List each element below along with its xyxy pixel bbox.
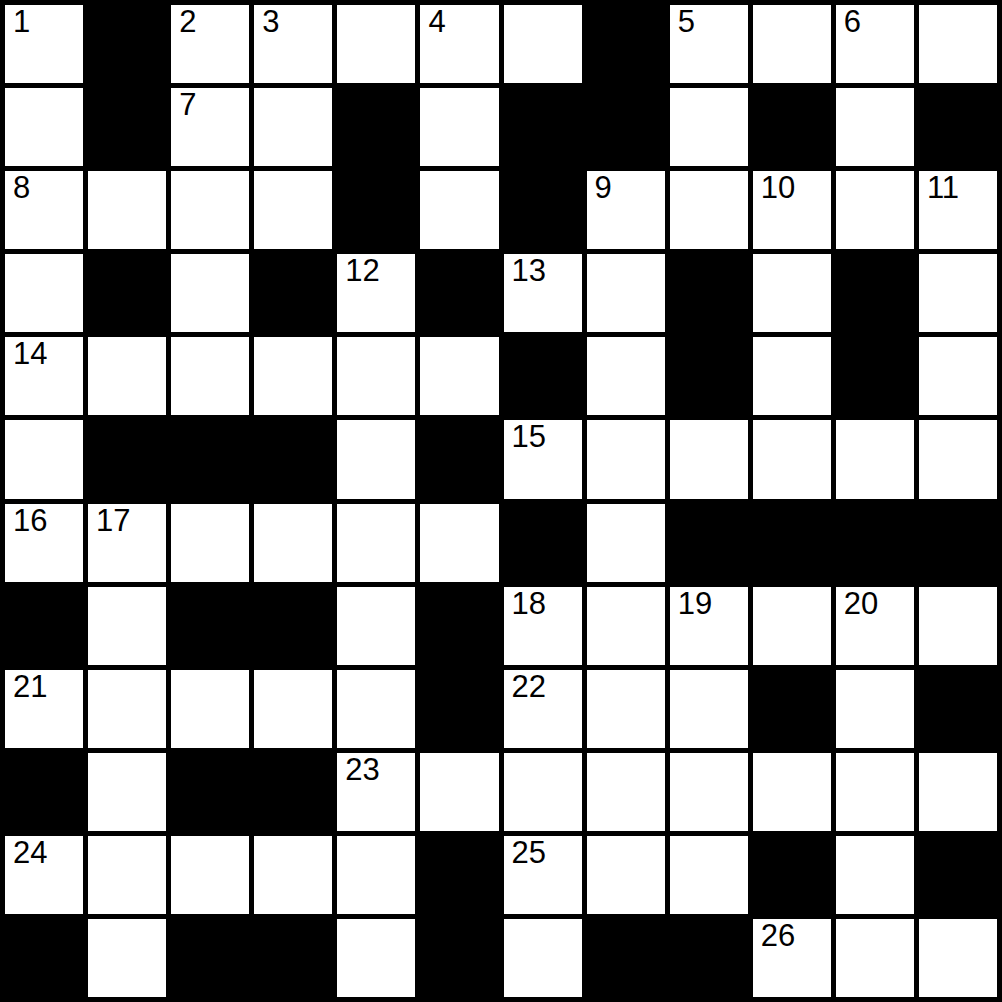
cell-r9c5[interactable] (420, 753, 498, 831)
cell-r9c10[interactable] (836, 753, 914, 831)
block-cell-r8c9 (753, 670, 831, 748)
block-cell-r1c11 (919, 88, 997, 166)
cell-r5c10[interactable] (836, 420, 914, 498)
block-cell-r11c0 (5, 919, 83, 997)
block-cell-r9c0 (5, 753, 83, 831)
clue-number-1: 1 (13, 6, 30, 37)
cell-r5c8[interactable] (670, 420, 748, 498)
block-cell-r9c2 (171, 753, 249, 831)
cell-r0c11[interactable] (919, 5, 997, 83)
block-cell-r5c5 (420, 420, 498, 498)
cell-r5c9[interactable] (753, 420, 831, 498)
cell-r6c5[interactable] (420, 504, 498, 582)
cell-r3c11[interactable] (919, 254, 997, 332)
clue-number-18: 18 (512, 588, 546, 619)
block-cell-r8c5 (420, 670, 498, 748)
cell-r9c7[interactable] (587, 753, 665, 831)
cell-r9c9[interactable] (753, 753, 831, 831)
cell-r2c3[interactable] (254, 171, 332, 249)
cell-r8c6[interactable]: 22 (504, 670, 582, 748)
cell-r1c2[interactable]: 7 (171, 88, 249, 166)
cell-r1c10[interactable] (836, 88, 914, 166)
cell-r0c3[interactable]: 3 (254, 5, 332, 83)
cell-r7c4[interactable] (337, 587, 415, 665)
block-cell-r3c5 (420, 254, 498, 332)
cell-r4c7[interactable] (587, 337, 665, 415)
cell-r8c0[interactable]: 21 (5, 670, 83, 748)
block-cell-r5c1 (88, 420, 166, 498)
cell-r4c9[interactable] (753, 337, 831, 415)
cell-r1c0[interactable] (5, 88, 83, 166)
clue-number-15: 15 (512, 421, 546, 452)
clue-number-25: 25 (512, 837, 546, 868)
clue-number-5: 5 (678, 6, 695, 37)
cell-r10c0[interactable]: 24 (5, 836, 83, 914)
cell-r7c9[interactable] (753, 587, 831, 665)
clue-number-9: 9 (595, 172, 612, 203)
block-cell-r1c6 (504, 88, 582, 166)
block-cell-r1c7 (587, 88, 665, 166)
cell-r5c11[interactable] (919, 420, 997, 498)
block-cell-r6c9 (753, 504, 831, 582)
cell-r2c11[interactable]: 11 (919, 171, 997, 249)
block-cell-r0c7 (587, 5, 665, 83)
cell-r3c6[interactable]: 13 (504, 254, 582, 332)
cell-r11c4[interactable] (337, 919, 415, 997)
cell-r6c4[interactable] (337, 504, 415, 582)
cell-r10c2[interactable] (171, 836, 249, 914)
cell-r5c4[interactable] (337, 420, 415, 498)
cell-r10c7[interactable] (587, 836, 665, 914)
cell-r7c11[interactable] (919, 587, 997, 665)
block-cell-r7c0 (5, 587, 83, 665)
cell-r10c6[interactable]: 25 (504, 836, 582, 914)
cell-r8c1[interactable] (88, 670, 166, 748)
cell-r10c4[interactable] (337, 836, 415, 914)
cell-r7c8[interactable]: 19 (670, 587, 748, 665)
cell-r0c10[interactable]: 6 (836, 5, 914, 83)
cell-r5c0[interactable] (5, 420, 83, 498)
cell-r2c0[interactable]: 8 (5, 171, 83, 249)
cell-r0c8[interactable]: 5 (670, 5, 748, 83)
block-cell-r4c10 (836, 337, 914, 415)
block-cell-r11c8 (670, 919, 748, 997)
cell-r0c5[interactable]: 4 (420, 5, 498, 83)
cell-r4c3[interactable] (254, 337, 332, 415)
cell-r9c1[interactable] (88, 753, 166, 831)
cell-r9c11[interactable] (919, 753, 997, 831)
cell-r7c10[interactable]: 20 (836, 587, 914, 665)
cell-r4c0[interactable]: 14 (5, 337, 83, 415)
block-cell-r4c8 (670, 337, 748, 415)
cell-r11c1[interactable] (88, 919, 166, 997)
cell-r8c2[interactable] (171, 670, 249, 748)
block-cell-r10c9 (753, 836, 831, 914)
clue-number-4: 4 (428, 6, 445, 37)
clue-number-19: 19 (678, 588, 712, 619)
cell-r0c9[interactable] (753, 5, 831, 83)
block-cell-r11c2 (171, 919, 249, 997)
cell-r10c10[interactable] (836, 836, 914, 914)
block-cell-r9c3 (254, 753, 332, 831)
clue-number-10: 10 (761, 172, 795, 203)
cell-r11c6[interactable] (504, 919, 582, 997)
block-cell-r6c10 (836, 504, 914, 582)
cell-r7c6[interactable]: 18 (504, 587, 582, 665)
cell-r8c3[interactable] (254, 670, 332, 748)
cell-r3c7[interactable] (587, 254, 665, 332)
block-cell-r4c6 (504, 337, 582, 415)
cell-r6c3[interactable] (254, 504, 332, 582)
block-cell-r11c3 (254, 919, 332, 997)
cell-r2c9[interactable]: 10 (753, 171, 831, 249)
cell-r4c4[interactable] (337, 337, 415, 415)
cell-r4c5[interactable] (420, 337, 498, 415)
cell-r5c6[interactable]: 15 (504, 420, 582, 498)
block-cell-r11c5 (420, 919, 498, 997)
block-cell-r3c10 (836, 254, 914, 332)
block-cell-r10c5 (420, 836, 498, 914)
cell-r4c11[interactable] (919, 337, 997, 415)
cell-r10c8[interactable] (670, 836, 748, 914)
clue-number-6: 6 (844, 6, 861, 37)
clue-number-3: 3 (262, 6, 279, 37)
cell-r0c6[interactable] (504, 5, 582, 83)
block-cell-r5c3 (254, 420, 332, 498)
block-cell-r1c4 (337, 88, 415, 166)
cell-r2c7[interactable]: 9 (587, 171, 665, 249)
clue-number-16: 16 (13, 505, 47, 536)
block-cell-r11c7 (587, 919, 665, 997)
cell-r5c7[interactable] (587, 420, 665, 498)
cell-r11c9[interactable]: 26 (753, 919, 831, 997)
cell-r9c8[interactable] (670, 753, 748, 831)
block-cell-r3c3 (254, 254, 332, 332)
block-cell-r3c8 (670, 254, 748, 332)
clue-number-24: 24 (13, 837, 47, 868)
block-cell-r7c2 (171, 587, 249, 665)
cell-r0c4[interactable] (337, 5, 415, 83)
cell-r2c2[interactable] (171, 171, 249, 249)
block-cell-r2c6 (504, 171, 582, 249)
cell-r9c4[interactable]: 23 (337, 753, 415, 831)
clue-number-20: 20 (844, 588, 878, 619)
crossword-board: 1234567891011121314151617181920212223242… (0, 0, 1002, 1002)
block-cell-r8c11 (919, 670, 997, 748)
clue-number-23: 23 (345, 754, 379, 785)
block-cell-r5c2 (171, 420, 249, 498)
clue-number-13: 13 (512, 255, 546, 286)
cell-r10c3[interactable] (254, 836, 332, 914)
block-cell-r6c8 (670, 504, 748, 582)
cell-r8c10[interactable] (836, 670, 914, 748)
block-cell-r6c6 (504, 504, 582, 582)
cell-r7c1[interactable] (88, 587, 166, 665)
block-cell-r2c4 (337, 171, 415, 249)
cell-r6c7[interactable] (587, 504, 665, 582)
cell-r2c8[interactable] (670, 171, 748, 249)
clue-number-12: 12 (345, 255, 379, 286)
cell-r8c4[interactable] (337, 670, 415, 748)
cell-r0c2[interactable]: 2 (171, 5, 249, 83)
cell-r6c0[interactable]: 16 (5, 504, 83, 582)
block-cell-r0c1 (88, 5, 166, 83)
cell-r3c0[interactable] (5, 254, 83, 332)
block-cell-r6c11 (919, 504, 997, 582)
cell-r9c6[interactable] (504, 753, 582, 831)
block-cell-r3c1 (88, 254, 166, 332)
cell-r6c1[interactable]: 17 (88, 504, 166, 582)
block-cell-r7c5 (420, 587, 498, 665)
clue-number-2: 2 (179, 6, 196, 37)
clue-number-17: 17 (96, 505, 130, 536)
cell-r4c1[interactable] (88, 337, 166, 415)
cell-r2c1[interactable] (88, 171, 166, 249)
clue-number-8: 8 (13, 172, 30, 203)
block-cell-r1c1 (88, 88, 166, 166)
cell-r3c4[interactable]: 12 (337, 254, 415, 332)
clue-number-21: 21 (13, 671, 47, 702)
clue-number-14: 14 (13, 338, 47, 369)
cell-r8c8[interactable] (670, 670, 748, 748)
cell-r11c11[interactable] (919, 919, 997, 997)
clue-number-26: 26 (761, 920, 795, 951)
clue-number-11: 11 (927, 172, 959, 203)
cell-r2c5[interactable] (420, 171, 498, 249)
clue-number-22: 22 (512, 671, 546, 702)
cell-r2c10[interactable] (836, 171, 914, 249)
cell-r1c5[interactable] (420, 88, 498, 166)
cell-r7c7[interactable] (587, 587, 665, 665)
cell-r10c1[interactable] (88, 836, 166, 914)
cell-r11c10[interactable] (836, 919, 914, 997)
cell-r6c2[interactable] (171, 504, 249, 582)
cell-r3c9[interactable] (753, 254, 831, 332)
cell-r3c2[interactable] (171, 254, 249, 332)
cell-r0c0[interactable]: 1 (5, 5, 83, 83)
cell-r4c2[interactable] (171, 337, 249, 415)
block-cell-r10c11 (919, 836, 997, 914)
block-cell-r1c9 (753, 88, 831, 166)
cell-r1c3[interactable] (254, 88, 332, 166)
cell-r1c8[interactable] (670, 88, 748, 166)
clue-number-7: 7 (179, 89, 196, 120)
block-cell-r7c3 (254, 587, 332, 665)
cell-r8c7[interactable] (587, 670, 665, 748)
